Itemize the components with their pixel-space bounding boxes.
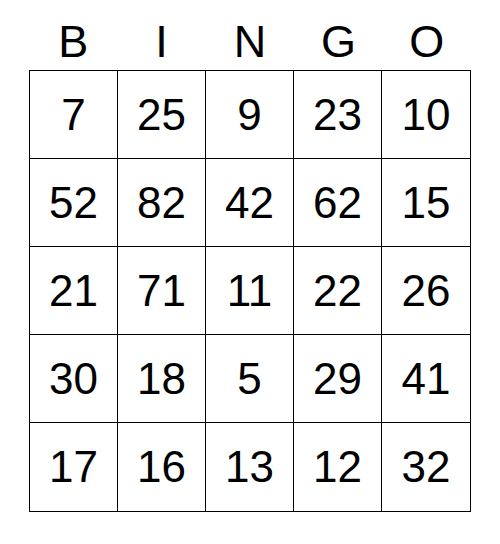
bingo-cell-r1c2[interactable]: 25 [118, 71, 206, 159]
bingo-cell-r4c1[interactable]: 30 [30, 335, 118, 423]
bingo-cell-r2c5[interactable]: 15 [382, 159, 470, 247]
bingo-cell-r4c5[interactable]: 41 [382, 335, 470, 423]
bingo-cell-r2c4[interactable]: 62 [294, 159, 382, 247]
bingo-cell-r3c5[interactable]: 26 [382, 247, 470, 335]
header-letter-o: O [409, 19, 444, 64]
bingo-cell-r3c1[interactable]: 21 [30, 247, 118, 335]
bingo-cell-r2c1[interactable]: 52 [30, 159, 118, 247]
bingo-cell-r1c5[interactable]: 10 [382, 71, 470, 159]
bingo-cell-r1c3[interactable]: 9 [206, 71, 294, 159]
bingo-cell-r1c1[interactable]: 7 [30, 71, 118, 159]
bingo-cell-r5c4[interactable]: 12 [294, 423, 382, 511]
header-letter-g: G [321, 19, 356, 64]
header-letter-b: B [58, 19, 88, 64]
header-letter-i: I [155, 19, 168, 64]
bingo-cell-r3c4[interactable]: 22 [294, 247, 382, 335]
bingo-cell-r4c2[interactable]: 18 [118, 335, 206, 423]
bingo-cell-r3c3[interactable]: 11 [206, 247, 294, 335]
bingo-cell-r5c1[interactable]: 17 [30, 423, 118, 511]
bingo-header-row: B I N G O [29, 0, 471, 70]
header-letter-n: N [234, 19, 267, 64]
bingo-cell-r2c3[interactable]: 42 [206, 159, 294, 247]
bingo-board: 7259231052824262152171112226301852941171… [29, 70, 471, 512]
bingo-cell-r2c2[interactable]: 82 [118, 159, 206, 247]
bingo-cell-r5c2[interactable]: 16 [118, 423, 206, 511]
bingo-cell-r5c5[interactable]: 32 [382, 423, 470, 511]
bingo-cell-r4c3[interactable]: 5 [206, 335, 294, 423]
bingo-cell-r1c4[interactable]: 23 [294, 71, 382, 159]
bingo-cell-r4c4[interactable]: 29 [294, 335, 382, 423]
bingo-cell-r5c3[interactable]: 13 [206, 423, 294, 511]
bingo-card: B I N G O 725923105282426215217111222630… [0, 0, 500, 544]
bingo-cell-r3c2[interactable]: 71 [118, 247, 206, 335]
